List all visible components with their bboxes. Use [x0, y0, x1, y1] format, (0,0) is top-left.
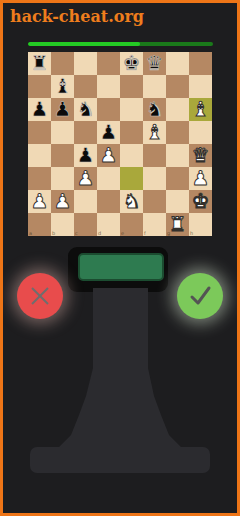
piece-silhouette-base [30, 447, 210, 473]
chess-board: ♜♚♛♝♟♟♞♞♝♟♝♟♟♛♟♟♟♟♞♚abcdef♜gh [28, 52, 212, 236]
square-e4[interactable] [120, 144, 143, 167]
square-e1[interactable]: e [120, 213, 143, 236]
square-b1[interactable]: b [51, 213, 74, 236]
check-icon [185, 281, 215, 311]
square-f2[interactable] [143, 190, 166, 213]
file-label-a: a [29, 231, 32, 236]
square-c2[interactable] [74, 190, 97, 213]
piece-black-knight[interactable]: ♞ [74, 98, 97, 121]
square-d5[interactable]: ♟ [97, 121, 120, 144]
piece-black-pawn[interactable]: ♟ [74, 144, 97, 167]
piece-white-pawn[interactable]: ♟ [74, 167, 97, 190]
piece-white-pawn[interactable]: ♟ [189, 167, 212, 190]
square-c7[interactable] [74, 75, 97, 98]
square-c3[interactable]: ♟ [74, 167, 97, 190]
file-label-h: h [190, 231, 193, 236]
piece-black-bishop[interactable]: ♝ [51, 75, 74, 98]
square-b8[interactable] [51, 52, 74, 75]
file-label-e: e [121, 231, 124, 236]
progress-fill [28, 42, 140, 46]
progress-bar [28, 42, 213, 46]
piece-black-queen[interactable]: ♛ [143, 52, 166, 75]
square-b7[interactable]: ♝ [51, 75, 74, 98]
square-e2[interactable]: ♞ [120, 190, 143, 213]
file-label-f: f [144, 231, 146, 236]
file-label-d: d [98, 231, 101, 236]
square-h7[interactable] [189, 75, 212, 98]
reject-button[interactable] [17, 273, 63, 319]
file-label-c: c [75, 231, 78, 236]
square-c5[interactable] [74, 121, 97, 144]
piece-black-king[interactable]: ♚ [120, 52, 143, 75]
square-a3[interactable] [28, 167, 51, 190]
green-panel [78, 253, 164, 281]
piece-silhouette-neck [93, 288, 148, 369]
square-g1[interactable]: ♜g [166, 213, 189, 236]
square-g7[interactable] [166, 75, 189, 98]
square-d1[interactable]: d [97, 213, 120, 236]
square-h8[interactable] [189, 52, 212, 75]
file-label-b: b [52, 231, 55, 236]
file-label-g: g [167, 231, 170, 236]
piece-black-knight[interactable]: ♞ [143, 98, 166, 121]
square-h1[interactable]: h [189, 213, 212, 236]
piece-black-pawn[interactable]: ♟ [28, 98, 51, 121]
square-d6[interactable] [97, 98, 120, 121]
square-c8[interactable] [74, 52, 97, 75]
square-d4[interactable]: ♟ [97, 144, 120, 167]
square-a2[interactable]: ♟ [28, 190, 51, 213]
square-f6[interactable]: ♞ [143, 98, 166, 121]
square-e5[interactable] [120, 121, 143, 144]
square-b4[interactable] [51, 144, 74, 167]
square-g3[interactable] [166, 167, 189, 190]
accept-button[interactable] [177, 273, 223, 319]
square-e7[interactable] [120, 75, 143, 98]
square-b5[interactable] [51, 121, 74, 144]
app-window: hack-cheat.org ♜♚♛♝♟♟♞♞♝♟♝♟♟♛♟♟♟♟♞♚abcde… [0, 0, 240, 516]
square-a7[interactable] [28, 75, 51, 98]
piece-black-pawn[interactable]: ♟ [51, 98, 74, 121]
square-a8[interactable]: ♜ [28, 52, 51, 75]
square-f4[interactable] [143, 144, 166, 167]
square-h4[interactable]: ♛ [189, 144, 212, 167]
square-e8[interactable]: ♚ [120, 52, 143, 75]
square-d2[interactable] [97, 190, 120, 213]
site-title: hack-cheat.org [10, 7, 144, 26]
square-h6[interactable]: ♝ [189, 98, 212, 121]
square-a5[interactable] [28, 121, 51, 144]
square-d8[interactable] [97, 52, 120, 75]
square-h5[interactable] [189, 121, 212, 144]
square-a4[interactable] [28, 144, 51, 167]
square-c6[interactable]: ♞ [74, 98, 97, 121]
square-g5[interactable] [166, 121, 189, 144]
piece-white-knight[interactable]: ♞ [120, 190, 143, 213]
square-c4[interactable]: ♟ [74, 144, 97, 167]
square-f7[interactable] [143, 75, 166, 98]
square-e3[interactable] [120, 167, 143, 190]
square-b6[interactable]: ♟ [51, 98, 74, 121]
piece-white-bishop[interactable]: ♝ [189, 98, 212, 121]
square-c1[interactable]: c [74, 213, 97, 236]
piece-white-queen[interactable]: ♛ [189, 144, 212, 167]
square-g8[interactable] [166, 52, 189, 75]
x-icon [26, 282, 54, 310]
square-a6[interactable]: ♟ [28, 98, 51, 121]
square-f3[interactable] [143, 167, 166, 190]
piece-white-bishop[interactable]: ♝ [143, 121, 166, 144]
piece-white-pawn[interactable]: ♟ [51, 190, 74, 213]
square-d7[interactable] [97, 75, 120, 98]
piece-white-pawn[interactable]: ♟ [97, 144, 120, 167]
square-e6[interactable] [120, 98, 143, 121]
square-f1[interactable]: f [143, 213, 166, 236]
square-h3[interactable]: ♟ [189, 167, 212, 190]
piece-black-rook[interactable]: ♜ [28, 52, 51, 75]
square-a1[interactable]: a [28, 213, 51, 236]
square-g6[interactable] [166, 98, 189, 121]
piece-white-king[interactable]: ♚ [189, 190, 212, 213]
square-g2[interactable] [166, 190, 189, 213]
square-g4[interactable] [166, 144, 189, 167]
square-f5[interactable]: ♝ [143, 121, 166, 144]
square-b2[interactable]: ♟ [51, 190, 74, 213]
square-f8[interactable]: ♛ [143, 52, 166, 75]
piece-white-pawn[interactable]: ♟ [28, 190, 51, 213]
square-d3[interactable] [97, 167, 120, 190]
piece-silhouette-flare [58, 368, 182, 448]
piece-black-pawn[interactable]: ♟ [97, 121, 120, 144]
square-b3[interactable] [51, 167, 74, 190]
square-h2[interactable]: ♚ [189, 190, 212, 213]
